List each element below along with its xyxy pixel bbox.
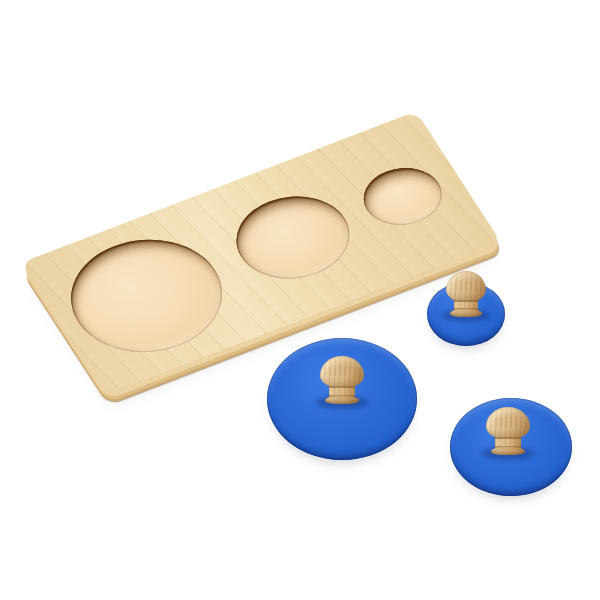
- knob-cap: [446, 271, 486, 302]
- knob-base: [325, 396, 359, 404]
- recess-small: [351, 158, 454, 235]
- wooden-knob-medium: [486, 407, 530, 457]
- knob-cap: [320, 356, 364, 388]
- knob-cap: [486, 407, 530, 439]
- puzzle-piece-medium: [450, 398, 572, 496]
- product-photo-scene: [0, 0, 600, 600]
- puzzle-board: [20, 111, 502, 395]
- wooden-knob-small: [446, 271, 486, 319]
- recess-large: [46, 220, 247, 372]
- puzzle-piece-large: [267, 338, 417, 460]
- puzzle-piece-small: [427, 282, 505, 346]
- recess-medium: [218, 182, 367, 293]
- knob-base: [450, 309, 481, 317]
- knob-base: [491, 447, 525, 455]
- wooden-knob-large: [320, 356, 364, 406]
